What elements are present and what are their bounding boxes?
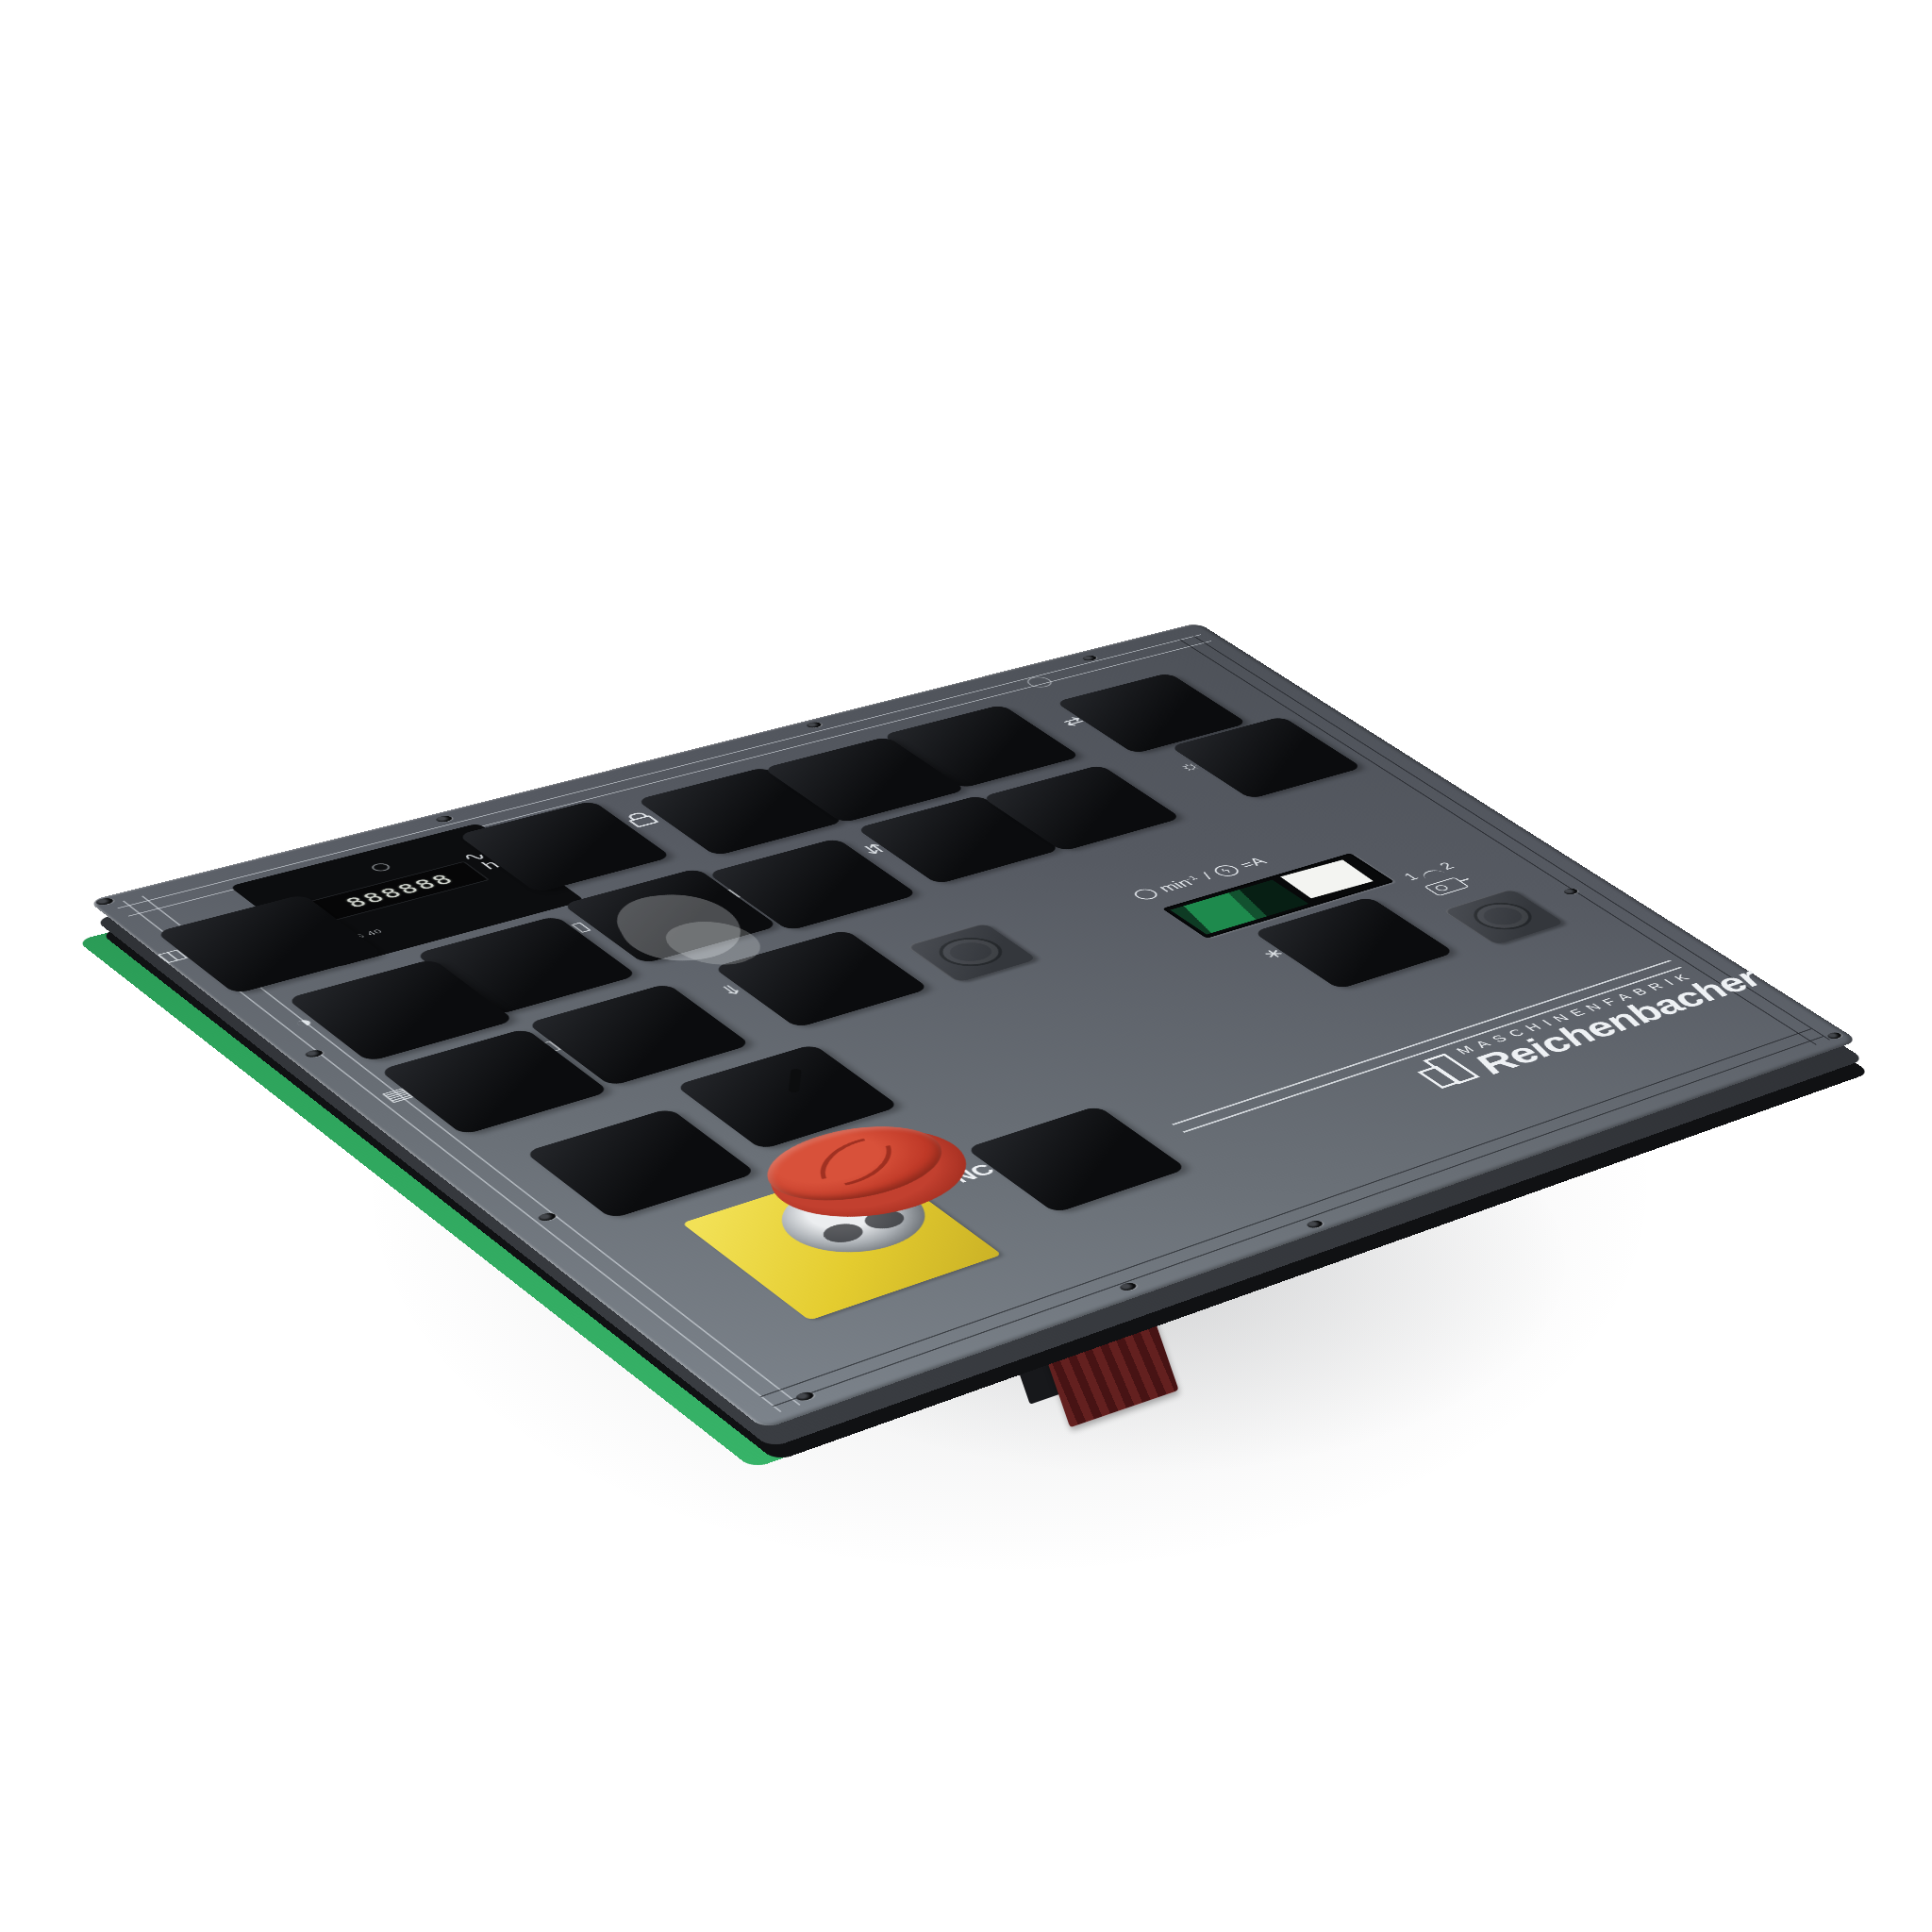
button-darkred-2[interactable]	[924, 708, 1054, 762]
button-darkred-4[interactable]	[759, 933, 901, 997]
screw-hole-1	[93, 897, 115, 907]
legend-min: min-1	[1155, 874, 1206, 894]
button-orange[interactable]	[575, 1112, 726, 1185]
blind-plug-1	[906, 923, 1037, 982]
photo-canvas: 888888 h BG 40 min-1 / ϟ =A 1 2 NC	[0, 0, 1932, 1932]
screw-hole-8	[303, 1049, 325, 1058]
key-switch[interactable]	[724, 1048, 870, 1117]
logo-rule-2	[1183, 967, 1682, 1133]
screw-hole-9	[536, 1211, 558, 1222]
screw-hole-2	[434, 815, 455, 824]
screw-hole-6	[1561, 888, 1580, 896]
counter-logo-dot	[369, 862, 393, 873]
key-icon	[1424, 877, 1470, 896]
key-transfer-1: 1	[1400, 871, 1423, 882]
button-white-display[interactable]	[1294, 900, 1426, 960]
screw-hole-3	[805, 721, 824, 728]
button-orangered[interactable]	[1095, 675, 1221, 728]
counter-display: 888888	[309, 861, 490, 921]
lightning-icon: ϟ	[1209, 863, 1242, 878]
rotation-icon	[1130, 887, 1161, 901]
button-white-nc[interactable]	[1012, 1109, 1157, 1180]
button-darkred-3[interactable]	[1024, 768, 1154, 824]
transfer-arc-icon	[1419, 868, 1445, 878]
display-white-card	[1280, 859, 1374, 898]
button-darkred-1[interactable]	[505, 804, 644, 864]
blind-plug-2	[1442, 889, 1565, 945]
screw-hole-12	[1305, 1219, 1325, 1229]
button-white-8[interactable]	[576, 987, 723, 1054]
counter-digits: 888888	[341, 871, 460, 910]
legend-amp: =A	[1235, 855, 1271, 871]
